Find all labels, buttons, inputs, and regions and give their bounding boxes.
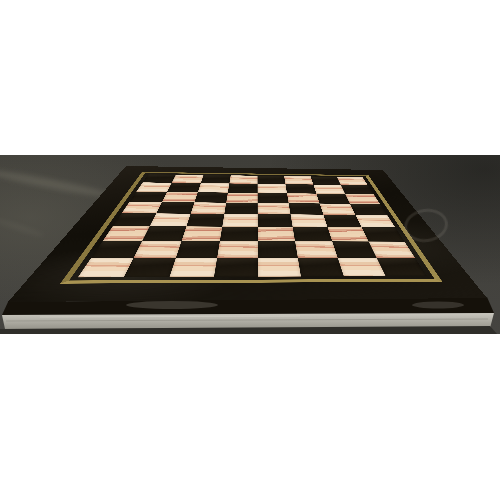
board-square: [181, 226, 222, 241]
board-square: [258, 184, 287, 193]
board-square: [222, 214, 258, 227]
page: [0, 0, 500, 500]
board-square: [226, 193, 257, 203]
board-square: [295, 241, 337, 257]
board-square: [194, 192, 228, 202]
board-square: [217, 241, 258, 258]
board-square: [286, 184, 317, 193]
board-square: [293, 227, 332, 241]
board-square: [258, 258, 301, 277]
board-square: [345, 194, 380, 204]
board-square: [287, 193, 319, 203]
board-square: [150, 213, 191, 226]
board-square: [289, 203, 323, 214]
board-square: [224, 203, 257, 215]
board-square: [198, 183, 230, 192]
scuff-mark: [412, 302, 464, 309]
board-square: [156, 202, 194, 214]
board-square: [258, 227, 295, 241]
board-square: [162, 192, 198, 202]
board-square: [134, 241, 182, 258]
board-square: [228, 183, 258, 192]
board-square: [341, 185, 374, 194]
board-square: [258, 214, 293, 227]
board-square: [291, 214, 328, 227]
board-square: [167, 183, 200, 192]
board-square: [176, 241, 220, 258]
board-square: [214, 258, 258, 277]
board-square: [298, 258, 344, 277]
board-square: [186, 214, 224, 227]
board-square: [258, 241, 298, 257]
scuff-mark: [126, 301, 218, 309]
board-square: [258, 193, 289, 203]
chessboard-photo: [0, 155, 500, 334]
board-square: [190, 202, 226, 214]
board-square: [220, 227, 258, 242]
board-square: [142, 226, 186, 241]
board-square: [169, 258, 217, 277]
board-square: [124, 258, 176, 278]
board-square: [258, 203, 291, 214]
